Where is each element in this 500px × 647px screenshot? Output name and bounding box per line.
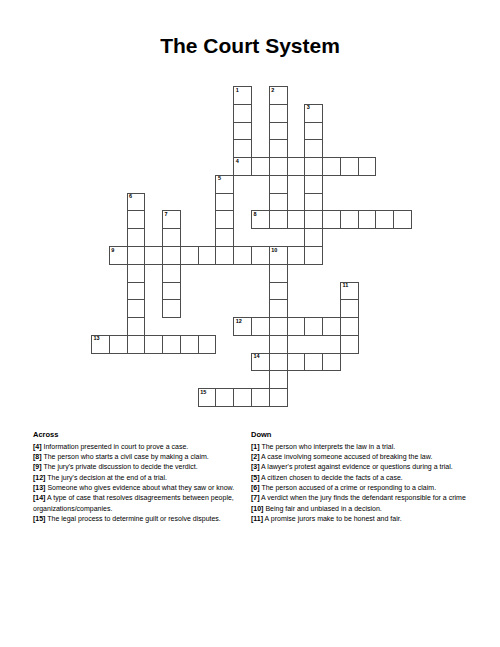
crossword-worksheet: The Court System 123456789101112131415 A… (0, 0, 500, 647)
cell-number-2: 2 (271, 88, 274, 94)
cell-r11c14[interactable]: 11 (340, 282, 359, 301)
cell-r1c12[interactable]: 3 (304, 104, 323, 123)
clue-text: The legal process to determine guilt or … (45, 515, 220, 522)
cell-r7c4[interactable]: 7 (162, 210, 181, 229)
cell-r0c8[interactable]: 1 (233, 86, 252, 105)
clue-number: [6] (251, 484, 260, 491)
cell-r17c9[interactable] (251, 388, 270, 407)
clue-down-7: [7] A verdict when the jury finds the de… (251, 493, 472, 503)
cell-r9c10[interactable]: 10 (269, 246, 288, 265)
cell-r11c2[interactable] (127, 282, 146, 301)
clue-text: The jury's private discussion to decide … (42, 463, 198, 470)
clue-number: [4] (33, 443, 42, 450)
clue-text: A type of case that resolves disagreemen… (33, 494, 234, 511)
cell-r13c10[interactable] (269, 317, 288, 336)
across-header: Across (33, 430, 248, 440)
cell-r9c7[interactable] (215, 246, 234, 265)
cell-r1c10[interactable] (269, 104, 288, 123)
clue-text: A citizen chosen to decide the facts of … (260, 474, 403, 481)
cell-r1c8[interactable] (233, 104, 252, 123)
cell-r2c12[interactable] (304, 122, 323, 141)
down-clue-list: [1] The person who interprets the law in… (251, 442, 472, 524)
clue-across-9: [9] The jury's private discussion to dec… (33, 462, 248, 472)
cell-r7c9[interactable]: 8 (251, 210, 270, 229)
clue-down-10: [10] Being fair and unbiased in a decisi… (251, 504, 472, 514)
cell-r17c10[interactable] (269, 388, 288, 407)
cell-number-7: 7 (165, 212, 168, 218)
cell-r9c8[interactable] (233, 246, 252, 265)
clue-text: A promise jurors make to be honest and f… (263, 515, 402, 522)
clue-number: [3] (251, 463, 260, 470)
cell-r13c13[interactable] (322, 317, 341, 336)
cell-r8c4[interactable] (162, 228, 181, 247)
cell-r4c15[interactable] (358, 157, 377, 176)
cell-r15c12[interactable] (304, 353, 323, 372)
clue-text: Information presented in court to prove … (42, 443, 189, 450)
cell-r9c1[interactable]: 9 (109, 246, 128, 265)
clue-text: A lawyer's protest against evidence or q… (260, 463, 453, 470)
clue-text: The person who starts a civil case by ma… (42, 453, 209, 460)
across-clue-list: [4] Information presented in court to pr… (33, 442, 248, 524)
cell-r7c10[interactable] (269, 210, 288, 229)
cell-r13c12[interactable] (304, 317, 323, 336)
cell-r9c2[interactable] (127, 246, 146, 265)
clue-number: [5] (251, 474, 260, 481)
cell-r14c4[interactable] (162, 335, 181, 354)
clue-across-14: [14] A type of case that resolves disagr… (33, 493, 248, 514)
cell-r8c7[interactable] (215, 228, 234, 247)
cell-number-13: 13 (94, 336, 100, 342)
clue-number: [7] (251, 494, 260, 501)
clue-text: Being fair and unbiased in a decision. (263, 505, 381, 512)
cell-r4c14[interactable] (340, 157, 359, 176)
clue-text: Someone who gives evidence about what th… (45, 484, 234, 491)
down-clues-column: Down [1] The person who interprets the l… (251, 430, 472, 524)
cell-number-5: 5 (218, 176, 221, 182)
cell-r15c10[interactable] (269, 353, 288, 372)
cell-r10c4[interactable] (162, 264, 181, 283)
clue-number: [1] (251, 443, 260, 450)
cell-r3c12[interactable] (304, 139, 323, 158)
cell-r7c2[interactable] (127, 210, 146, 229)
cell-r6c2[interactable]: 6 (127, 193, 146, 212)
cell-number-9: 9 (111, 248, 114, 254)
cell-r6c12[interactable] (304, 193, 323, 212)
cell-r14c1[interactable] (109, 335, 128, 354)
cell-r9c6[interactable] (198, 246, 217, 265)
cell-r9c11[interactable] (287, 246, 306, 265)
clue-number: [15] (33, 515, 45, 522)
cell-r3c8[interactable] (233, 139, 252, 158)
cell-r17c8[interactable] (233, 388, 252, 407)
cell-r7c17[interactable] (393, 210, 412, 229)
clue-number: [11] (251, 515, 263, 522)
cell-number-3: 3 (307, 105, 310, 111)
cell-r9c5[interactable] (180, 246, 199, 265)
clue-down-11: [11] A promise jurors make to be honest … (251, 514, 472, 524)
clue-text: A verdict when the jury finds the defend… (260, 494, 466, 501)
cell-r10c2[interactable] (127, 264, 146, 283)
cell-r4c9[interactable] (251, 157, 270, 176)
cell-r7c13[interactable] (322, 210, 341, 229)
clue-number: [9] (33, 463, 42, 470)
clue-across-12: [12] The jury's decision at the end of a… (33, 473, 248, 483)
clue-text: The person accused of a crime or respond… (260, 484, 437, 491)
cell-r14c14[interactable] (340, 335, 359, 354)
cell-r4c10[interactable] (269, 157, 288, 176)
cell-r13c11[interactable] (287, 317, 306, 336)
cell-r9c3[interactable] (144, 246, 163, 265)
cell-r13c2[interactable] (127, 317, 146, 336)
clue-text: The jury's decision at the end of a tria… (45, 474, 166, 481)
cell-number-10: 10 (271, 248, 277, 254)
cell-r4c13[interactable] (322, 157, 341, 176)
cell-number-6: 6 (129, 194, 132, 200)
clue-number: [2] (251, 453, 260, 460)
cell-r16c10[interactable] (269, 370, 288, 389)
cell-r0c10[interactable]: 2 (269, 86, 288, 105)
clue-across-8: [8] The person who starts a civil case b… (33, 452, 248, 462)
clue-down-6: [6] The person accused of a crime or res… (251, 483, 472, 493)
cell-r9c12[interactable] (304, 246, 323, 265)
cell-r2c10[interactable] (269, 122, 288, 141)
cell-r2c8[interactable] (233, 122, 252, 141)
cell-r7c14[interactable] (340, 210, 359, 229)
clue-down-2: [2] A case involving someone accused of … (251, 452, 472, 462)
cell-r15c13[interactable] (322, 353, 341, 372)
cell-r13c9[interactable] (251, 317, 270, 336)
cell-r14c0[interactable]: 13 (91, 335, 110, 354)
clue-across-13: [13] Someone who gives evidence about wh… (33, 483, 248, 493)
clue-number: [12] (33, 474, 45, 481)
cell-r12c4[interactable] (162, 299, 181, 318)
cell-r17c6[interactable]: 15 (198, 388, 217, 407)
clue-number: [8] (33, 453, 42, 460)
cell-r7c15[interactable] (358, 210, 377, 229)
down-header: Down (251, 430, 472, 440)
page-title: The Court System (0, 34, 500, 58)
cell-r4c12[interactable] (304, 157, 323, 176)
clue-across-15: [15] The legal process to determine guil… (33, 514, 248, 524)
cell-r4c8[interactable]: 4 (233, 157, 252, 176)
clue-text: The person who interprets the law in a t… (260, 443, 396, 450)
cell-number-8: 8 (254, 212, 257, 218)
cell-r12c2[interactable] (127, 299, 146, 318)
across-clues-column: Across [4] Information presented in cour… (33, 430, 248, 524)
cell-r7c7[interactable] (215, 210, 234, 229)
clue-down-5: [5] A citizen chosen to decide the facts… (251, 473, 472, 483)
cell-r14c6[interactable] (198, 335, 217, 354)
cell-r5c12[interactable] (304, 175, 323, 194)
cell-r14c10[interactable] (269, 335, 288, 354)
cell-r5c10[interactable] (269, 175, 288, 194)
cell-r12c10[interactable] (269, 299, 288, 318)
cell-number-11: 11 (342, 283, 348, 289)
clue-text: A case involving someone accused of brea… (260, 453, 433, 460)
cell-r11c4[interactable] (162, 282, 181, 301)
cell-r9c4[interactable] (162, 246, 181, 265)
cell-number-1: 1 (236, 88, 239, 94)
cell-r7c12[interactable] (304, 210, 323, 229)
cell-r12c14[interactable] (340, 299, 359, 318)
clue-across-4: [4] Information presented in court to pr… (33, 442, 248, 452)
cell-number-4: 4 (236, 159, 239, 165)
cell-r15c9[interactable]: 14 (251, 353, 270, 372)
cell-r17c7[interactable] (215, 388, 234, 407)
cell-r3c10[interactable] (269, 139, 288, 158)
clue-number: [13] (33, 484, 45, 491)
cell-r6c10[interactable] (269, 193, 288, 212)
cell-r9c9[interactable] (251, 246, 270, 265)
crossword-grid: 123456789101112131415 (91, 86, 413, 408)
cell-number-12: 12 (236, 319, 242, 325)
clue-down-3: [3] A lawyer's protest against evidence … (251, 462, 472, 472)
cell-r14c3[interactable] (144, 335, 163, 354)
cell-r13c8[interactable]: 12 (233, 317, 252, 336)
cell-r4c11[interactable] (287, 157, 306, 176)
cell-r6c7[interactable] (215, 193, 234, 212)
cell-r7c16[interactable] (375, 210, 394, 229)
cell-r11c10[interactable] (269, 282, 288, 301)
clue-down-1: [1] The person who interprets the law in… (251, 442, 472, 452)
cell-r15c11[interactable] (287, 353, 306, 372)
cell-r13c14[interactable] (340, 317, 359, 336)
cell-number-14: 14 (254, 354, 260, 360)
cell-r14c2[interactable] (127, 335, 146, 354)
cell-r7c11[interactable] (287, 210, 306, 229)
cell-r10c10[interactable] (269, 264, 288, 283)
cell-r8c12[interactable] (304, 228, 323, 247)
cell-r14c5[interactable] (180, 335, 199, 354)
cell-number-15: 15 (200, 390, 206, 396)
clue-number: [14] (33, 494, 45, 501)
clue-number: [10] (251, 505, 263, 512)
cell-r8c2[interactable] (127, 228, 146, 247)
cell-r5c7[interactable]: 5 (215, 175, 234, 194)
